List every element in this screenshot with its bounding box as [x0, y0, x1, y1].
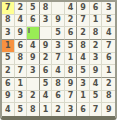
cell-r2c8[interactable]: 1 — [90, 15, 103, 28]
cell-r8c3[interactable]: 2 — [27, 91, 40, 104]
cell-r6c5[interactable]: 4 — [52, 65, 65, 78]
cell-r3c4[interactable] — [40, 27, 53, 40]
cell-r4c7[interactable]: 8 — [77, 40, 90, 53]
cell-r6c4[interactable]: 6 — [40, 65, 53, 78]
cell-r6c1[interactable]: 2 — [2, 65, 15, 78]
cell-r8c1[interactable]: 9 — [2, 91, 15, 104]
cell-r3c5[interactable]: 5 — [52, 27, 65, 40]
cell-r9c1[interactable]: 4 — [2, 103, 15, 116]
cell-r9c6[interactable]: 3 — [65, 103, 78, 116]
cell-r9c7[interactable]: 6 — [77, 103, 90, 116]
cell-r3c8[interactable]: 8 — [90, 27, 103, 40]
cell-r4c5[interactable]: 3 — [52, 40, 65, 53]
cell-r7c8[interactable]: 4 — [90, 78, 103, 91]
cell-r7c2[interactable]: 1 — [15, 78, 28, 91]
cell-r8c8[interactable]: 5 — [90, 91, 103, 104]
cell-r3c2[interactable]: 9 — [15, 27, 28, 40]
cell-r4c3[interactable]: 4 — [27, 40, 40, 53]
cell-r9c4[interactable]: 1 — [40, 103, 53, 116]
cell-r7c3[interactable] — [27, 78, 40, 91]
cell-r1c5[interactable] — [52, 2, 65, 15]
cell-r3c9[interactable]: 4 — [102, 27, 115, 40]
cell-r2c9[interactable]: 5 — [102, 15, 115, 28]
cell-r1c2[interactable]: 2 — [15, 2, 28, 15]
cell-r1c6[interactable]: 4 — [65, 2, 78, 15]
cell-r6c7[interactable]: 5 — [77, 65, 90, 78]
cell-r4c8[interactable]: 2 — [90, 40, 103, 53]
cell-r1c4[interactable]: 8 — [40, 2, 53, 15]
cell-r9c5[interactable]: 2 — [52, 103, 65, 116]
cell-r5c8[interactable]: 3 — [90, 53, 103, 66]
cell-r7c4[interactable]: 5 — [40, 78, 53, 91]
cell-r5c4[interactable]: 2 — [40, 53, 53, 66]
cell-r5c2[interactable]: 8 — [15, 53, 28, 66]
cell-r1c3[interactable]: 5 — [27, 2, 40, 15]
cell-r6c8[interactable]: 9 — [90, 65, 103, 78]
cell-r7c9[interactable]: 2 — [102, 78, 115, 91]
sudoku-app: 7258496384639271539562841649358275892714… — [0, 0, 117, 120]
cell-r9c3[interactable]: 8 — [27, 103, 40, 116]
cell-r2c1[interactable]: 8 — [2, 15, 15, 28]
cell-r6c6[interactable]: 8 — [65, 65, 78, 78]
cell-r5c6[interactable]: 1 — [65, 53, 78, 66]
cell-r1c9[interactable]: 3 — [102, 2, 115, 15]
cell-r7c7[interactable]: 3 — [77, 78, 90, 91]
cell-r8c7[interactable]: 1 — [77, 91, 90, 104]
cell-r4c4[interactable]: 9 — [40, 40, 53, 53]
cell-r5c1[interactable]: 5 — [2, 53, 15, 66]
cell-r8c4[interactable]: 4 — [40, 91, 53, 104]
cell-r2c2[interactable]: 4 — [15, 15, 28, 28]
cell-r5c9[interactable]: 6 — [102, 53, 115, 66]
cell-r8c9[interactable]: 8 — [102, 91, 115, 104]
cell-r2c5[interactable]: 9 — [52, 15, 65, 28]
cell-r4c6[interactable]: 5 — [65, 40, 78, 53]
cell-r2c7[interactable]: 7 — [77, 15, 90, 28]
cell-r8c6[interactable]: 7 — [65, 91, 78, 104]
text-cursor-caret — [28, 28, 30, 33]
cell-r1c7[interactable]: 9 — [77, 2, 90, 15]
cell-r3c7[interactable]: 2 — [77, 27, 90, 40]
yellow-highlight-cell[interactable]: 7 — [2, 2, 15, 15]
cell-r5c3[interactable]: 9 — [27, 53, 40, 66]
cell-r2c3[interactable]: 6 — [27, 15, 40, 28]
cell-r9c2[interactable]: 5 — [15, 103, 28, 116]
cell-r4c2[interactable]: 6 — [15, 40, 28, 53]
cell-r5c5[interactable]: 7 — [52, 53, 65, 66]
orange-highlight-cell[interactable]: 1 — [2, 40, 15, 53]
cell-r5c7[interactable]: 4 — [77, 53, 90, 66]
cell-r2c4[interactable]: 3 — [40, 15, 53, 28]
cell-r7c6[interactable]: 9 — [65, 78, 78, 91]
cell-r8c5[interactable]: 6 — [52, 91, 65, 104]
cell-r7c5[interactable]: 8 — [52, 78, 65, 91]
cell-r3c6[interactable]: 6 — [65, 27, 78, 40]
cell-r9c9[interactable]: 9 — [102, 103, 115, 116]
cell-r3c1[interactable]: 3 — [2, 27, 15, 40]
sudoku-board: 7258496384639271539562841649358275892714… — [0, 0, 117, 120]
cell-r9c8[interactable]: 7 — [90, 103, 103, 116]
cell-r6c3[interactable]: 3 — [27, 65, 40, 78]
cell-r8c2[interactable]: 3 — [15, 91, 28, 104]
cell-r1c8[interactable]: 6 — [90, 2, 103, 15]
cell-r7c1[interactable]: 6 — [2, 78, 15, 91]
cell-r6c9[interactable]: 1 — [102, 65, 115, 78]
cell-r2c6[interactable]: 2 — [65, 15, 78, 28]
cell-r4c9[interactable]: 7 — [102, 40, 115, 53]
cell-r6c2[interactable]: 7 — [15, 65, 28, 78]
green-active-cell[interactable] — [27, 27, 40, 40]
